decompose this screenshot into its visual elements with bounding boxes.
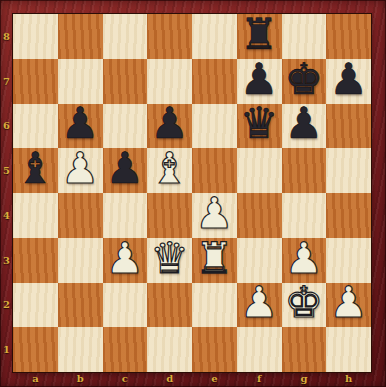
square-f3[interactable] — [237, 238, 282, 283]
square-b1[interactable] — [58, 327, 103, 372]
black-pawn-h7[interactable]: ♟ — [329, 58, 368, 101]
file-label-a: a — [13, 371, 58, 386]
white-queen-d3[interactable]: ♛ — [150, 237, 189, 280]
square-c2[interactable] — [103, 283, 148, 328]
file-label-f: f — [237, 371, 282, 386]
white-pawn-c3[interactable]: ♟ — [106, 237, 145, 280]
square-f1[interactable] — [237, 327, 282, 372]
rank-label-3: 3 — [0, 238, 13, 283]
square-g8[interactable] — [282, 14, 327, 59]
square-d2[interactable] — [147, 283, 192, 328]
rank-label-4: 4 — [0, 193, 13, 238]
square-a2[interactable] — [13, 283, 58, 328]
black-bishop-a5[interactable]: ♝ — [16, 147, 55, 190]
rank-label-5: 5 — [0, 148, 13, 193]
square-e5[interactable] — [192, 148, 237, 193]
square-f6[interactable]: ♛ — [237, 104, 282, 149]
white-pawn-g3[interactable]: ♟ — [285, 237, 324, 280]
square-c5[interactable]: ♟ — [103, 148, 148, 193]
file-label-b: b — [58, 371, 103, 386]
square-e6[interactable] — [192, 104, 237, 149]
square-c1[interactable] — [103, 327, 148, 372]
square-g5[interactable] — [282, 148, 327, 193]
rank-label-7: 7 — [0, 59, 13, 104]
square-h8[interactable] — [326, 14, 371, 59]
square-b4[interactable] — [58, 193, 103, 238]
square-h6[interactable] — [326, 104, 371, 149]
square-d7[interactable] — [147, 59, 192, 104]
white-rook-e3[interactable]: ♜ — [195, 237, 234, 280]
file-label-g: g — [282, 371, 327, 386]
square-h1[interactable] — [326, 327, 371, 372]
square-g7[interactable]: ♚ — [282, 59, 327, 104]
square-g4[interactable] — [282, 193, 327, 238]
square-b8[interactable] — [58, 14, 103, 59]
black-pawn-d6[interactable]: ♟ — [150, 102, 189, 145]
square-h4[interactable] — [326, 193, 371, 238]
file-label-e: e — [192, 371, 237, 386]
white-pawn-h2[interactable]: ♟ — [329, 281, 368, 324]
square-a5[interactable]: ♝ — [13, 148, 58, 193]
square-b7[interactable] — [58, 59, 103, 104]
chess-board-frame: 87654321 ♜♟♚♟♟♟♛♟♝♟♟♝♟♟♛♜♟♟♚♟ abcdefgh — [0, 0, 386, 387]
square-c4[interactable] — [103, 193, 148, 238]
white-pawn-b5[interactable]: ♟ — [61, 147, 100, 190]
square-e2[interactable] — [192, 283, 237, 328]
square-d4[interactable] — [147, 193, 192, 238]
black-king-g7[interactable]: ♚ — [285, 58, 324, 101]
rank-label-8: 8 — [0, 14, 13, 59]
square-a8[interactable] — [13, 14, 58, 59]
chess-board[interactable]: ♜♟♚♟♟♟♛♟♝♟♟♝♟♟♛♜♟♟♚♟ — [13, 14, 371, 372]
square-c3[interactable]: ♟ — [103, 238, 148, 283]
square-b5[interactable]: ♟ — [58, 148, 103, 193]
black-rook-f8[interactable]: ♜ — [240, 13, 279, 56]
square-g1[interactable] — [282, 327, 327, 372]
square-h7[interactable]: ♟ — [326, 59, 371, 104]
square-h3[interactable] — [326, 238, 371, 283]
square-f5[interactable] — [237, 148, 282, 193]
square-e4[interactable]: ♟ — [192, 193, 237, 238]
square-a1[interactable] — [13, 327, 58, 372]
square-c7[interactable] — [103, 59, 148, 104]
white-pawn-e4[interactable]: ♟ — [195, 192, 234, 235]
file-label-c: c — [103, 371, 148, 386]
square-g3[interactable]: ♟ — [282, 238, 327, 283]
white-pawn-f2[interactable]: ♟ — [240, 281, 279, 324]
square-a4[interactable] — [13, 193, 58, 238]
square-d8[interactable] — [147, 14, 192, 59]
rank-label-1: 1 — [0, 327, 13, 372]
square-b3[interactable] — [58, 238, 103, 283]
black-pawn-f7[interactable]: ♟ — [240, 58, 279, 101]
square-b6[interactable]: ♟ — [58, 104, 103, 149]
square-d5[interactable]: ♝ — [147, 148, 192, 193]
rank-labels: 87654321 — [0, 14, 13, 372]
square-f8[interactable]: ♜ — [237, 14, 282, 59]
square-g6[interactable]: ♟ — [282, 104, 327, 149]
square-c6[interactable] — [103, 104, 148, 149]
square-d6[interactable]: ♟ — [147, 104, 192, 149]
black-pawn-g6[interactable]: ♟ — [285, 102, 324, 145]
square-h2[interactable]: ♟ — [326, 283, 371, 328]
square-f2[interactable]: ♟ — [237, 283, 282, 328]
file-label-d: d — [147, 371, 192, 386]
white-bishop-d5[interactable]: ♝ — [150, 147, 189, 190]
rank-label-6: 6 — [0, 104, 13, 149]
square-a6[interactable] — [13, 104, 58, 149]
square-f7[interactable]: ♟ — [237, 59, 282, 104]
rank-label-2: 2 — [0, 283, 13, 328]
square-f4[interactable] — [237, 193, 282, 238]
square-a3[interactable] — [13, 238, 58, 283]
black-queen-f6[interactable]: ♛ — [240, 102, 279, 145]
square-e1[interactable] — [192, 327, 237, 372]
square-g2[interactable]: ♚ — [282, 283, 327, 328]
square-e3[interactable]: ♜ — [192, 238, 237, 283]
square-a7[interactable] — [13, 59, 58, 104]
file-labels: abcdefgh — [13, 371, 371, 386]
file-label-h: h — [326, 371, 371, 386]
square-d1[interactable] — [147, 327, 192, 372]
square-b2[interactable] — [58, 283, 103, 328]
square-e7[interactable] — [192, 59, 237, 104]
square-c8[interactable] — [103, 14, 148, 59]
square-d3[interactable]: ♛ — [147, 238, 192, 283]
square-e8[interactable] — [192, 14, 237, 59]
square-h5[interactable] — [326, 148, 371, 193]
white-king-g2[interactable]: ♚ — [285, 281, 324, 324]
black-pawn-c5[interactable]: ♟ — [106, 147, 145, 190]
black-pawn-b6[interactable]: ♟ — [61, 102, 100, 145]
